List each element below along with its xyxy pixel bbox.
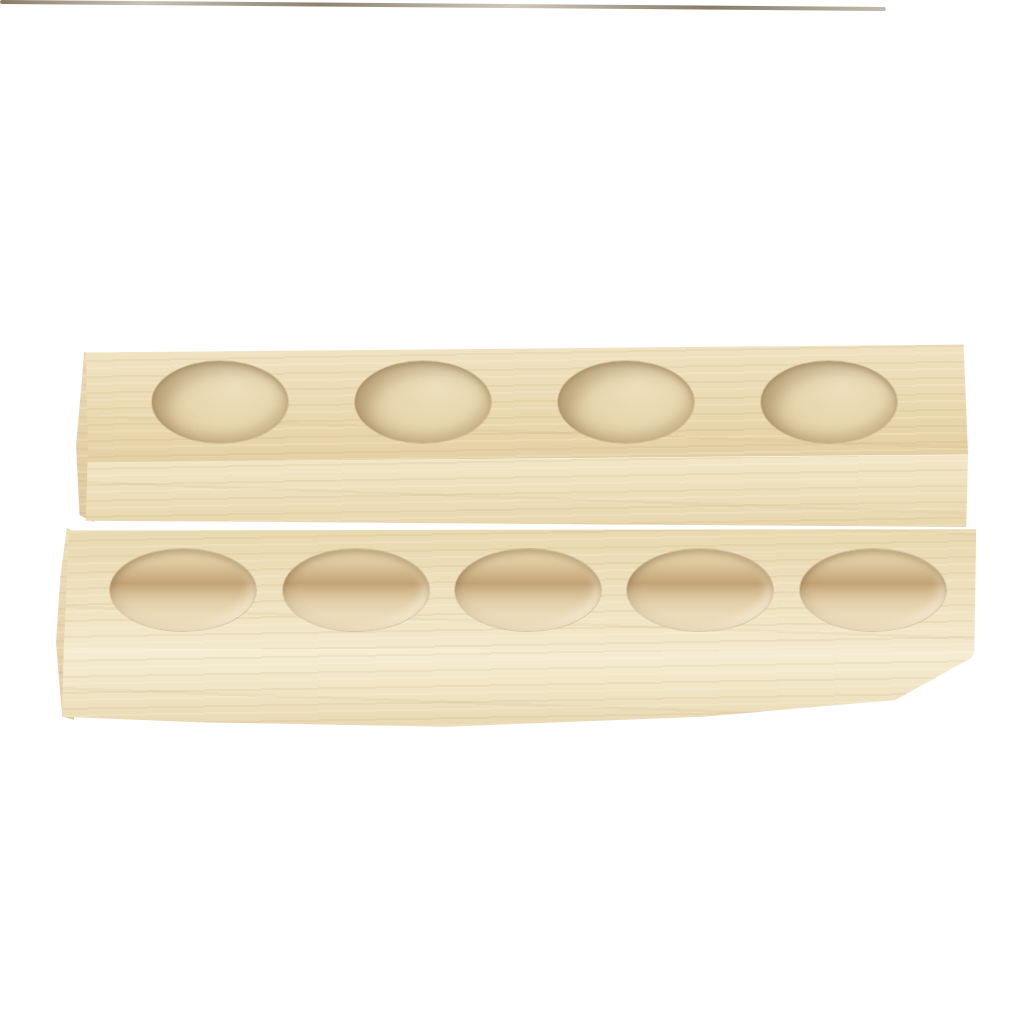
pit-r2-c5[interactable] — [787, 544, 959, 636]
pit-hole — [283, 549, 429, 631]
pit-hole — [455, 549, 601, 631]
front-pit-row — [97, 544, 959, 636]
pit-hole — [761, 361, 897, 443]
back-tier-front-face — [84, 452, 968, 530]
pit-r2-c3[interactable] — [442, 544, 614, 636]
pit-hole — [110, 549, 256, 631]
pit-hole — [558, 361, 694, 443]
pit-r2-c4[interactable] — [614, 544, 786, 636]
tier-seam-gap — [0, 0, 886, 11]
pit-hole — [152, 361, 288, 443]
pit-hole — [627, 549, 773, 631]
product-photo-scene — [0, 0, 1024, 1024]
pit-r1-c4[interactable] — [728, 356, 931, 448]
pit-r1-c3[interactable] — [525, 356, 728, 448]
pit-hole — [800, 549, 946, 631]
pit-hole — [355, 361, 491, 443]
pit-r2-c1[interactable] — [97, 544, 269, 636]
back-pit-row — [118, 356, 931, 448]
wooden-pit-board — [0, 0, 1024, 1024]
pit-r2-c2[interactable] — [269, 544, 441, 636]
front-tier-front-face — [60, 644, 978, 736]
pit-r1-c1[interactable] — [118, 356, 321, 448]
pit-r1-c2[interactable] — [321, 356, 524, 448]
